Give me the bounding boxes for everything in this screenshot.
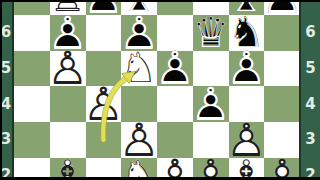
- square-e5: ♟♙: [157, 51, 193, 87]
- letterbox-bottom: [0, 177, 320, 180]
- square-a5: [14, 51, 50, 87]
- square-c7: ♟♙: [86, 0, 122, 15]
- square-f6: ♛♕: [193, 15, 229, 51]
- square-b5: ♟♙: [50, 51, 86, 87]
- board-edge-left: [12, 0, 14, 180]
- piece-black-pawn-e5: ♟♙: [157, 51, 193, 87]
- video-frame: 765432 765432 ♜♖♟♙♝♗♝♗♟♙♟♙♟♙♛♕♞♘♟♙♞♘♟♙♟♙…: [0, 0, 320, 180]
- piece-black-pawn-h7: ♟♙: [264, 0, 300, 15]
- square-e7: [157, 0, 193, 15]
- rank-label-6-right: 6: [301, 15, 320, 51]
- letterbox-top: [0, 0, 320, 2]
- square-d5: ♞♘: [121, 51, 157, 87]
- piece-black-pawn-g5: ♟♙: [229, 51, 265, 87]
- square-a3: [14, 122, 50, 158]
- square-h7: ♟♙: [264, 0, 300, 15]
- piece-white-pawn-c4: ♟♙: [86, 86, 122, 122]
- board-edge-right: [299, 0, 301, 180]
- square-e4: [157, 86, 193, 122]
- piece-white-pawn-b5: ♟♙: [50, 51, 86, 87]
- square-h4: [264, 86, 300, 122]
- square-g5: ♟♙: [229, 51, 265, 87]
- piece-black-pawn-f4: ♟♙: [193, 86, 229, 122]
- square-h6: [264, 15, 300, 51]
- board-frame-right: 765432: [301, 0, 320, 180]
- chess-board: ♜♖♟♙♝♗♝♗♟♙♟♙♟♙♛♕♞♘♟♙♞♘♟♙♟♙♟♙♟♙♟♙♟♙♝♗♞♘♟♙…: [14, 0, 300, 180]
- rank-label-4-right: 4: [301, 86, 320, 122]
- piece-white-knight-d5: ♞♘: [121, 51, 157, 87]
- square-a4: [14, 86, 50, 122]
- letterbox-left: [0, 0, 2, 180]
- square-a7: [14, 0, 50, 15]
- rank-label-7-right: 7: [301, 0, 320, 15]
- square-h5: [264, 51, 300, 87]
- piece-black-queen-f6: ♛♕: [193, 15, 229, 51]
- square-c4: ♟♙: [86, 86, 122, 122]
- square-b4: [50, 86, 86, 122]
- piece-black-pawn-c7: ♟♙: [86, 0, 122, 15]
- rank-label-3-right: 3: [301, 122, 320, 158]
- square-f4: ♟♙: [193, 86, 229, 122]
- square-c3: [86, 122, 122, 158]
- rank-label-5-right: 5: [301, 51, 320, 87]
- square-c6: [86, 15, 122, 51]
- square-a6: [14, 15, 50, 51]
